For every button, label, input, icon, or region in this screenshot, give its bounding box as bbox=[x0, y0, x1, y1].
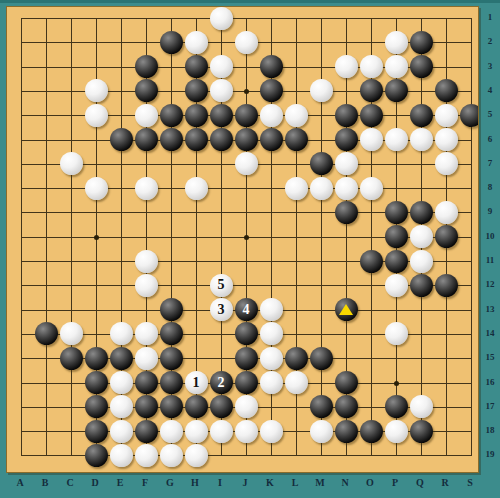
black-stone-F3[interactable] bbox=[135, 55, 158, 78]
white-stone-O6[interactable] bbox=[360, 128, 383, 151]
star-point bbox=[244, 89, 249, 94]
black-stone-G17[interactable] bbox=[160, 395, 183, 418]
black-stone-F6[interactable] bbox=[135, 128, 158, 151]
white-stone-Q6[interactable] bbox=[410, 128, 433, 151]
black-stone-C15[interactable] bbox=[60, 347, 83, 370]
black-stone-D18[interactable] bbox=[85, 420, 108, 443]
black-stone-R12[interactable] bbox=[435, 274, 458, 297]
white-stone-J17[interactable] bbox=[235, 395, 258, 418]
row-label-11: 11 bbox=[481, 255, 499, 265]
black-stone-E15[interactable] bbox=[110, 347, 133, 370]
white-stone-L8[interactable] bbox=[285, 177, 308, 200]
column-label-D: D bbox=[85, 477, 105, 488]
white-stone-M18[interactable] bbox=[310, 420, 333, 443]
black-stone-J14[interactable] bbox=[235, 322, 258, 345]
white-stone-K15[interactable] bbox=[260, 347, 283, 370]
black-stone-J13[interactable]: 4 bbox=[235, 298, 258, 321]
white-stone-I1[interactable] bbox=[210, 7, 233, 30]
column-label-O: O bbox=[360, 477, 380, 488]
black-stone-S5[interactable] bbox=[460, 104, 480, 127]
column-label-J: J bbox=[235, 477, 255, 488]
row-label-16: 16 bbox=[481, 377, 499, 387]
white-stone-E19[interactable] bbox=[110, 444, 133, 467]
white-stone-P6[interactable] bbox=[385, 128, 408, 151]
black-stone-P4[interactable] bbox=[385, 79, 408, 102]
black-stone-B14[interactable] bbox=[35, 322, 58, 345]
white-stone-Q11[interactable] bbox=[410, 250, 433, 273]
white-stone-H2[interactable] bbox=[185, 31, 208, 54]
white-stone-P18[interactable] bbox=[385, 420, 408, 443]
black-stone-H4[interactable] bbox=[185, 79, 208, 102]
black-stone-O11[interactable] bbox=[360, 250, 383, 273]
row-label-8: 8 bbox=[481, 182, 499, 192]
black-stone-N16[interactable] bbox=[335, 371, 358, 394]
white-stone-E18[interactable] bbox=[110, 420, 133, 443]
black-stone-N6[interactable] bbox=[335, 128, 358, 151]
row-label-6: 6 bbox=[481, 134, 499, 144]
white-stone-D8[interactable] bbox=[85, 177, 108, 200]
black-stone-J16[interactable] bbox=[235, 371, 258, 394]
black-stone-N13[interactable] bbox=[335, 298, 358, 321]
row-label-2: 2 bbox=[481, 36, 499, 46]
black-stone-D16[interactable] bbox=[85, 371, 108, 394]
white-stone-F14[interactable] bbox=[135, 322, 158, 345]
move-number-2: 2 bbox=[218, 376, 225, 390]
white-stone-M8[interactable] bbox=[310, 177, 333, 200]
black-stone-L15[interactable] bbox=[285, 347, 308, 370]
white-stone-F8[interactable] bbox=[135, 177, 158, 200]
black-stone-E6[interactable] bbox=[110, 128, 133, 151]
white-stone-H18[interactable] bbox=[185, 420, 208, 443]
black-stone-P11[interactable] bbox=[385, 250, 408, 273]
white-stone-F11[interactable] bbox=[135, 250, 158, 273]
white-stone-R7[interactable] bbox=[435, 152, 458, 175]
black-stone-O18[interactable] bbox=[360, 420, 383, 443]
black-stone-Q18[interactable] bbox=[410, 420, 433, 443]
black-stone-G6[interactable] bbox=[160, 128, 183, 151]
white-stone-F15[interactable] bbox=[135, 347, 158, 370]
row-label-1: 1 bbox=[481, 12, 499, 22]
column-label-N: N bbox=[335, 477, 355, 488]
column-label-I: I bbox=[210, 477, 230, 488]
white-stone-K16[interactable] bbox=[260, 371, 283, 394]
white-stone-P14[interactable] bbox=[385, 322, 408, 345]
column-label-S: S bbox=[460, 477, 480, 488]
black-stone-K3[interactable] bbox=[260, 55, 283, 78]
white-stone-G19[interactable] bbox=[160, 444, 183, 467]
black-stone-F16[interactable] bbox=[135, 371, 158, 394]
black-stone-F18[interactable] bbox=[135, 420, 158, 443]
black-stone-G16[interactable] bbox=[160, 371, 183, 394]
black-stone-I17[interactable] bbox=[210, 395, 233, 418]
row-label-3: 3 bbox=[481, 61, 499, 71]
white-stone-R5[interactable] bbox=[435, 104, 458, 127]
black-stone-P17[interactable] bbox=[385, 395, 408, 418]
row-label-12: 12 bbox=[481, 279, 499, 289]
white-stone-E17[interactable] bbox=[110, 395, 133, 418]
white-stone-O3[interactable] bbox=[360, 55, 383, 78]
white-stone-Q10[interactable] bbox=[410, 225, 433, 248]
black-stone-M7[interactable] bbox=[310, 152, 333, 175]
column-label-B: B bbox=[35, 477, 55, 488]
black-stone-H6[interactable] bbox=[185, 128, 208, 151]
move-number-4: 4 bbox=[243, 303, 250, 317]
white-stone-K5[interactable] bbox=[260, 104, 283, 127]
black-stone-N5[interactable] bbox=[335, 104, 358, 127]
white-stone-K18[interactable] bbox=[260, 420, 283, 443]
white-stone-Q17[interactable] bbox=[410, 395, 433, 418]
row-label-9: 9 bbox=[481, 206, 499, 216]
black-stone-K4[interactable] bbox=[260, 79, 283, 102]
black-stone-G15[interactable] bbox=[160, 347, 183, 370]
white-stone-D5[interactable] bbox=[85, 104, 108, 127]
column-label-P: P bbox=[385, 477, 405, 488]
white-stone-R9[interactable] bbox=[435, 201, 458, 224]
black-stone-L6[interactable] bbox=[285, 128, 308, 151]
black-stone-O5[interactable] bbox=[360, 104, 383, 127]
white-stone-L5[interactable] bbox=[285, 104, 308, 127]
row-label-18: 18 bbox=[481, 425, 499, 435]
black-stone-D19[interactable] bbox=[85, 444, 108, 467]
black-stone-D17[interactable] bbox=[85, 395, 108, 418]
white-stone-K14[interactable] bbox=[260, 322, 283, 345]
column-label-L: L bbox=[285, 477, 305, 488]
black-stone-M17[interactable] bbox=[310, 395, 333, 418]
black-stone-J6[interactable] bbox=[235, 128, 258, 151]
white-stone-G18[interactable] bbox=[160, 420, 183, 443]
black-stone-R10[interactable] bbox=[435, 225, 458, 248]
star-point bbox=[394, 381, 399, 386]
grid-line-vertical bbox=[471, 18, 472, 456]
black-stone-H17[interactable] bbox=[185, 395, 208, 418]
column-label-A: A bbox=[10, 477, 30, 488]
black-stone-H3[interactable] bbox=[185, 55, 208, 78]
row-label-19: 19 bbox=[481, 449, 499, 459]
column-label-E: E bbox=[110, 477, 130, 488]
white-stone-N8[interactable] bbox=[335, 177, 358, 200]
row-label-14: 14 bbox=[481, 328, 499, 338]
star-point bbox=[94, 235, 99, 240]
triangle-marker bbox=[339, 304, 353, 315]
white-stone-N7[interactable] bbox=[335, 152, 358, 175]
white-stone-P12[interactable] bbox=[385, 274, 408, 297]
column-label-C: C bbox=[60, 477, 80, 488]
column-label-R: R bbox=[435, 477, 455, 488]
white-stone-O8[interactable] bbox=[360, 177, 383, 200]
black-stone-P9[interactable] bbox=[385, 201, 408, 224]
white-stone-E16[interactable] bbox=[110, 371, 133, 394]
black-stone-J5[interactable] bbox=[235, 104, 258, 127]
white-stone-E14[interactable] bbox=[110, 322, 133, 345]
black-stone-G14[interactable] bbox=[160, 322, 183, 345]
white-stone-J7[interactable] bbox=[235, 152, 258, 175]
white-stone-F19[interactable] bbox=[135, 444, 158, 467]
white-stone-P2[interactable] bbox=[385, 31, 408, 54]
star-point bbox=[244, 235, 249, 240]
black-stone-Q12[interactable] bbox=[410, 274, 433, 297]
white-stone-P3[interactable] bbox=[385, 55, 408, 78]
black-stone-I16[interactable]: 2 bbox=[210, 371, 233, 394]
row-label-15: 15 bbox=[481, 352, 499, 362]
white-stone-J2[interactable] bbox=[235, 31, 258, 54]
black-stone-I5[interactable] bbox=[210, 104, 233, 127]
black-stone-N17[interactable] bbox=[335, 395, 358, 418]
black-stone-N18[interactable] bbox=[335, 420, 358, 443]
white-stone-I3[interactable] bbox=[210, 55, 233, 78]
black-stone-N9[interactable] bbox=[335, 201, 358, 224]
black-stone-K6[interactable] bbox=[260, 128, 283, 151]
row-label-13: 13 bbox=[481, 304, 499, 314]
white-stone-C14[interactable] bbox=[60, 322, 83, 345]
column-label-K: K bbox=[260, 477, 280, 488]
black-stone-Q5[interactable] bbox=[410, 104, 433, 127]
column-label-G: G bbox=[160, 477, 180, 488]
black-stone-Q9[interactable] bbox=[410, 201, 433, 224]
black-stone-D15[interactable] bbox=[85, 347, 108, 370]
column-label-F: F bbox=[135, 477, 155, 488]
black-stone-G13[interactable] bbox=[160, 298, 183, 321]
go-app-frame: 53412 ABCDEFGHIJKLMNOPQRS 12345678910111… bbox=[0, 0, 500, 498]
black-stone-Q3[interactable] bbox=[410, 55, 433, 78]
row-label-4: 4 bbox=[481, 85, 499, 95]
black-stone-J15[interactable] bbox=[235, 347, 258, 370]
white-stone-J18[interactable] bbox=[235, 420, 258, 443]
white-stone-F5[interactable] bbox=[135, 104, 158, 127]
black-stone-G2[interactable] bbox=[160, 31, 183, 54]
white-stone-H16[interactable]: 1 bbox=[185, 371, 208, 394]
black-stone-F4[interactable] bbox=[135, 79, 158, 102]
white-stone-M4[interactable] bbox=[310, 79, 333, 102]
white-stone-H19[interactable] bbox=[185, 444, 208, 467]
black-stone-R4[interactable] bbox=[435, 79, 458, 102]
white-stone-D4[interactable] bbox=[85, 79, 108, 102]
white-stone-K13[interactable] bbox=[260, 298, 283, 321]
column-label-M: M bbox=[310, 477, 330, 488]
row-label-17: 17 bbox=[481, 401, 499, 411]
black-stone-F17[interactable] bbox=[135, 395, 158, 418]
white-stone-R6[interactable] bbox=[435, 128, 458, 151]
white-stone-L16[interactable] bbox=[285, 371, 308, 394]
move-number-3: 3 bbox=[218, 303, 225, 317]
black-stone-H5[interactable] bbox=[185, 104, 208, 127]
white-stone-C7[interactable] bbox=[60, 152, 83, 175]
white-stone-I4[interactable] bbox=[210, 79, 233, 102]
column-label-H: H bbox=[185, 477, 205, 488]
black-stone-M15[interactable] bbox=[310, 347, 333, 370]
row-label-7: 7 bbox=[481, 158, 499, 168]
black-stone-P10[interactable] bbox=[385, 225, 408, 248]
black-stone-Q2[interactable] bbox=[410, 31, 433, 54]
white-stone-F12[interactable] bbox=[135, 274, 158, 297]
row-label-10: 10 bbox=[481, 231, 499, 241]
white-stone-I13[interactable]: 3 bbox=[210, 298, 233, 321]
black-stone-G5[interactable] bbox=[160, 104, 183, 127]
white-stone-I18[interactable] bbox=[210, 420, 233, 443]
white-stone-I12[interactable]: 5 bbox=[210, 274, 233, 297]
white-stone-N3[interactable] bbox=[335, 55, 358, 78]
move-number-5: 5 bbox=[218, 278, 225, 292]
column-label-Q: Q bbox=[410, 477, 430, 488]
white-stone-H8[interactable] bbox=[185, 177, 208, 200]
go-board[interactable]: 53412 bbox=[6, 6, 479, 473]
black-stone-I6[interactable] bbox=[210, 128, 233, 151]
row-label-5: 5 bbox=[481, 109, 499, 119]
black-stone-O4[interactable] bbox=[360, 79, 383, 102]
move-number-1: 1 bbox=[193, 376, 200, 390]
